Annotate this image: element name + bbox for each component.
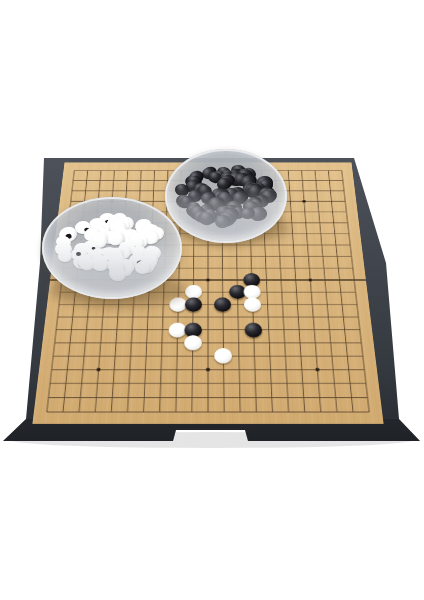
bowl-rim	[42, 197, 182, 299]
white-stone-bowl	[42, 197, 182, 299]
black-stone-bowl	[165, 149, 287, 243]
bowl-rim	[165, 149, 287, 243]
product-photo	[0, 0, 424, 600]
stone-bowls	[0, 0, 424, 600]
